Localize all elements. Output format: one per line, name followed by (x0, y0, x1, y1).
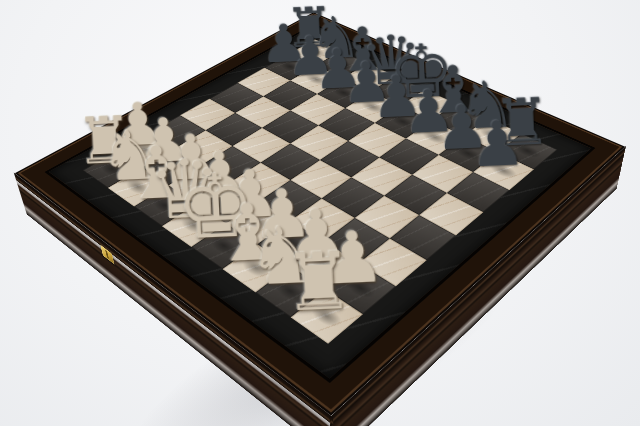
piece-glyph: ♟ (453, 111, 542, 177)
chess-box: ♜♞♝♛♚♝♞♜♟♟♟♟♟♟♟♟♟♟♟♟♟♟♟♟♜♞♝♛♚♝♞♜ (15, 12, 625, 416)
piece-layer: ♜♞♝♛♚♝♞♜♟♟♟♟♟♟♟♟♟♟♟♟♟♟♟♟♜♞♝♛♚♝♞♜ (15, 12, 625, 416)
brass-latch-icon (100, 244, 114, 264)
scene: ♜♞♝♛♚♝♞♜♟♟♟♟♟♟♟♟♟♟♟♟♟♟♟♟♜♞♝♛♚♝♞♜ (0, 0, 640, 426)
piece-glyph: ♜ (265, 241, 372, 324)
